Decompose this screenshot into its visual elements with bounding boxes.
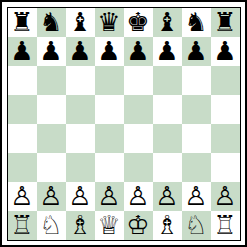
- square-d2[interactable]: ♙: [95, 182, 124, 211]
- square-f2[interactable]: ♙: [153, 182, 182, 211]
- square-e4[interactable]: [124, 124, 153, 153]
- piece-white-pawn: ♙: [10, 182, 33, 211]
- piece-white-queen: ♕: [97, 211, 120, 240]
- square-e8[interactable]: ♚: [124, 8, 153, 37]
- square-a8[interactable]: ♜: [8, 8, 37, 37]
- piece-white-pawn: ♙: [68, 182, 91, 211]
- square-g1[interactable]: ♘: [182, 211, 211, 240]
- piece-black-pawn: ♟: [97, 37, 120, 66]
- piece-white-bishop: ♗: [68, 211, 91, 240]
- square-c8[interactable]: ♝: [66, 8, 95, 37]
- piece-white-knight: ♘: [184, 211, 207, 240]
- square-g2[interactable]: ♙: [182, 182, 211, 211]
- piece-black-bishop: ♝: [68, 8, 91, 37]
- piece-black-queen: ♛: [97, 8, 120, 37]
- square-a6[interactable]: [8, 66, 37, 95]
- square-f5[interactable]: [153, 95, 182, 124]
- square-g3[interactable]: [182, 153, 211, 182]
- square-g8[interactable]: ♞: [182, 8, 211, 37]
- square-a7[interactable]: ♟: [8, 37, 37, 66]
- square-c3[interactable]: [66, 153, 95, 182]
- square-f8[interactable]: ♝: [153, 8, 182, 37]
- piece-white-king: ♔: [126, 211, 149, 240]
- square-c2[interactable]: ♙: [66, 182, 95, 211]
- square-h5[interactable]: [211, 95, 240, 124]
- square-b3[interactable]: [37, 153, 66, 182]
- square-f3[interactable]: [153, 153, 182, 182]
- square-c1[interactable]: ♗: [66, 211, 95, 240]
- piece-white-pawn: ♙: [213, 182, 236, 211]
- piece-white-bishop: ♗: [155, 211, 178, 240]
- square-c5[interactable]: [66, 95, 95, 124]
- square-f1[interactable]: ♗: [153, 211, 182, 240]
- square-e2[interactable]: ♙: [124, 182, 153, 211]
- square-g7[interactable]: ♟: [182, 37, 211, 66]
- square-a5[interactable]: [8, 95, 37, 124]
- square-b5[interactable]: [37, 95, 66, 124]
- square-e7[interactable]: ♟: [124, 37, 153, 66]
- square-d5[interactable]: [95, 95, 124, 124]
- piece-white-pawn: ♙: [184, 182, 207, 211]
- square-h2[interactable]: ♙: [211, 182, 240, 211]
- piece-black-rook: ♜: [213, 8, 236, 37]
- square-h4[interactable]: [211, 124, 240, 153]
- chessboard-frame: ♜♞♝♛♚♝♞♜♟♟♟♟♟♟♟♟♙♙♙♙♙♙♙♙♖♘♗♕♔♗♘♖: [0, 0, 247, 247]
- square-d6[interactable]: [95, 66, 124, 95]
- square-e3[interactable]: [124, 153, 153, 182]
- piece-black-knight: ♞: [184, 8, 207, 37]
- square-d4[interactable]: [95, 124, 124, 153]
- square-c4[interactable]: [66, 124, 95, 153]
- square-e5[interactable]: [124, 95, 153, 124]
- piece-white-knight: ♘: [39, 211, 62, 240]
- square-h8[interactable]: ♜: [211, 8, 240, 37]
- square-d8[interactable]: ♛: [95, 8, 124, 37]
- piece-white-pawn: ♙: [155, 182, 178, 211]
- square-d3[interactable]: [95, 153, 124, 182]
- square-c7[interactable]: ♟: [66, 37, 95, 66]
- square-d1[interactable]: ♕: [95, 211, 124, 240]
- piece-white-pawn: ♙: [126, 182, 149, 211]
- square-b6[interactable]: [37, 66, 66, 95]
- square-e6[interactable]: [124, 66, 153, 95]
- piece-white-rook: ♖: [10, 211, 33, 240]
- square-f4[interactable]: [153, 124, 182, 153]
- square-h7[interactable]: ♟: [211, 37, 240, 66]
- piece-black-rook: ♜: [10, 8, 33, 37]
- square-a3[interactable]: [8, 153, 37, 182]
- piece-white-pawn: ♙: [39, 182, 62, 211]
- piece-black-pawn: ♟: [184, 37, 207, 66]
- piece-black-pawn: ♟: [213, 37, 236, 66]
- square-g6[interactable]: [182, 66, 211, 95]
- piece-black-pawn: ♟: [126, 37, 149, 66]
- square-g4[interactable]: [182, 124, 211, 153]
- piece-black-king: ♚: [126, 8, 149, 37]
- square-b1[interactable]: ♘: [37, 211, 66, 240]
- square-a1[interactable]: ♖: [8, 211, 37, 240]
- square-b7[interactable]: ♟: [37, 37, 66, 66]
- piece-black-pawn: ♟: [68, 37, 91, 66]
- square-h6[interactable]: [211, 66, 240, 95]
- piece-white-rook: ♖: [213, 211, 236, 240]
- piece-black-pawn: ♟: [155, 37, 178, 66]
- piece-black-knight: ♞: [39, 8, 62, 37]
- square-a4[interactable]: [8, 124, 37, 153]
- square-f6[interactable]: [153, 66, 182, 95]
- square-c6[interactable]: [66, 66, 95, 95]
- piece-black-pawn: ♟: [39, 37, 62, 66]
- square-a2[interactable]: ♙: [8, 182, 37, 211]
- square-h1[interactable]: ♖: [211, 211, 240, 240]
- chessboard: ♜♞♝♛♚♝♞♜♟♟♟♟♟♟♟♟♙♙♙♙♙♙♙♙♖♘♗♕♔♗♘♖: [8, 8, 240, 240]
- square-e1[interactable]: ♔: [124, 211, 153, 240]
- square-f7[interactable]: ♟: [153, 37, 182, 66]
- square-b2[interactable]: ♙: [37, 182, 66, 211]
- piece-white-pawn: ♙: [97, 182, 120, 211]
- square-b8[interactable]: ♞: [37, 8, 66, 37]
- chessboard-border: ♜♞♝♛♚♝♞♜♟♟♟♟♟♟♟♟♙♙♙♙♙♙♙♙♖♘♗♕♔♗♘♖: [7, 7, 241, 241]
- square-d7[interactable]: ♟: [95, 37, 124, 66]
- piece-black-bishop: ♝: [155, 8, 178, 37]
- square-g5[interactable]: [182, 95, 211, 124]
- square-h3[interactable]: [211, 153, 240, 182]
- square-b4[interactable]: [37, 124, 66, 153]
- piece-black-pawn: ♟: [10, 37, 33, 66]
